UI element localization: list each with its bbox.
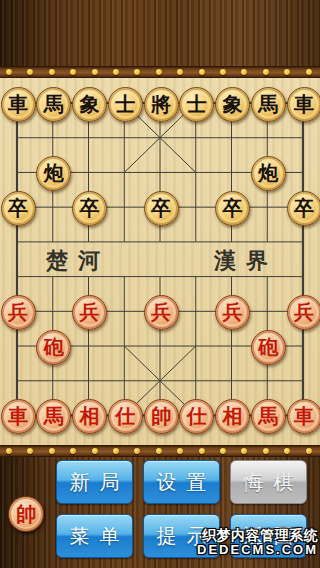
piece-red-兵[interactable]: 兵 <box>1 295 36 330</box>
piece-red-相[interactable]: 相 <box>72 399 107 434</box>
rivet-dot <box>134 448 140 454</box>
rivet-dot <box>70 448 76 454</box>
piece-red-車[interactable]: 車 <box>287 399 320 434</box>
rivet-strip-top <box>0 66 320 78</box>
rivet-dot <box>27 69 33 75</box>
rivet-dot <box>241 69 247 75</box>
rivet-dot <box>241 448 247 454</box>
rivet-dot <box>49 448 55 454</box>
rivet-dot <box>113 448 119 454</box>
piece-red-馬[interactable]: 馬 <box>36 399 71 434</box>
rivet-dot <box>134 69 140 75</box>
new-game-button[interactable]: 新局 <box>56 460 133 504</box>
piece-red-兵[interactable]: 兵 <box>287 295 320 330</box>
piece-black-卒[interactable]: 卒 <box>215 191 250 226</box>
piece-black-將[interactable]: 將 <box>144 87 179 122</box>
piece-black-卒[interactable]: 卒 <box>72 191 107 226</box>
piece-red-車[interactable]: 車 <box>1 399 36 434</box>
rivet-dot <box>156 69 162 75</box>
back-button[interactable]: 返回 <box>230 514 307 558</box>
undo-button[interactable]: 悔棋 <box>230 460 307 504</box>
rivet-dot <box>70 69 76 75</box>
settings-button[interactable]: 设置 <box>143 460 220 504</box>
rivet-dot <box>177 448 183 454</box>
rivet-dot <box>220 69 226 75</box>
piece-red-相[interactable]: 相 <box>215 399 250 434</box>
rivet-strip-bottom <box>0 445 320 457</box>
rivet-dot <box>49 69 55 75</box>
piece-red-馬[interactable]: 馬 <box>251 399 286 434</box>
rivet-dot <box>263 69 269 75</box>
rivet-dot <box>27 448 33 454</box>
hint-button[interactable]: 提示 <box>143 514 220 558</box>
piece-red-帥[interactable]: 帥 <box>144 399 179 434</box>
turn-indicator-red-general: 帥 <box>8 496 44 532</box>
button-label: 新局 <box>60 469 130 496</box>
piece-black-車[interactable]: 車 <box>287 87 320 122</box>
rivet-dot <box>306 448 312 454</box>
piece-red-兵[interactable]: 兵 <box>144 295 179 330</box>
button-label: 提示 <box>147 523 217 550</box>
rivet-dot <box>199 69 205 75</box>
river-label-right: 漢界 <box>214 245 278 275</box>
piece-black-卒[interactable]: 卒 <box>144 191 179 226</box>
piece-black-卒[interactable]: 卒 <box>287 191 320 226</box>
xiangqi-board[interactable]: 楚河 漢界 車馬象士將士象馬車炮炮卒卒卒卒卒兵兵兵兵兵砲砲車馬相仕帥仕相馬車 <box>0 78 320 445</box>
piece-red-兵[interactable]: 兵 <box>72 295 107 330</box>
rivet-dot <box>284 69 290 75</box>
rivet-dot <box>199 448 205 454</box>
rivet-dot <box>177 69 183 75</box>
button-label: 菜单 <box>60 523 130 550</box>
piece-red-砲[interactable]: 砲 <box>251 330 286 365</box>
rivet-dot <box>263 448 269 454</box>
rivet-dot <box>6 448 12 454</box>
rivet-dot <box>284 448 290 454</box>
piece-black-車[interactable]: 車 <box>1 87 36 122</box>
piece-red-仕[interactable]: 仕 <box>108 399 143 434</box>
button-label: 悔棋 <box>234 469 304 496</box>
piece-black-炮[interactable]: 炮 <box>36 156 71 191</box>
river-label-left: 楚河 <box>46 245 110 275</box>
piece-black-炮[interactable]: 炮 <box>251 156 286 191</box>
button-label: 设置 <box>147 469 217 496</box>
piece-black-馬[interactable]: 馬 <box>36 87 71 122</box>
piece-black-卒[interactable]: 卒 <box>1 191 36 226</box>
rivet-dot <box>306 69 312 75</box>
rivet-dot <box>92 448 98 454</box>
rivet-dot <box>220 448 226 454</box>
button-label: 返回 <box>234 523 304 550</box>
piece-red-仕[interactable]: 仕 <box>179 399 214 434</box>
piece-black-象[interactable]: 象 <box>215 87 250 122</box>
piece-black-象[interactable]: 象 <box>72 87 107 122</box>
piece-red-兵[interactable]: 兵 <box>215 295 250 330</box>
piece-black-馬[interactable]: 馬 <box>251 87 286 122</box>
xiangqi-app: 楚河 漢界 車馬象士將士象馬車炮炮卒卒卒卒卒兵兵兵兵兵砲砲車馬相仕帥仕相馬車 帥… <box>0 0 320 568</box>
rivet-dot <box>113 69 119 75</box>
piece-black-士[interactable]: 士 <box>108 87 143 122</box>
rivet-dot <box>92 69 98 75</box>
piece-black-士[interactable]: 士 <box>179 87 214 122</box>
rivet-dot <box>156 448 162 454</box>
rivet-dot <box>6 69 12 75</box>
menu-button[interactable]: 菜单 <box>56 514 133 558</box>
control-button-panel: 新局设置悔棋菜单提示返回 <box>56 460 307 558</box>
piece-red-砲[interactable]: 砲 <box>36 330 71 365</box>
